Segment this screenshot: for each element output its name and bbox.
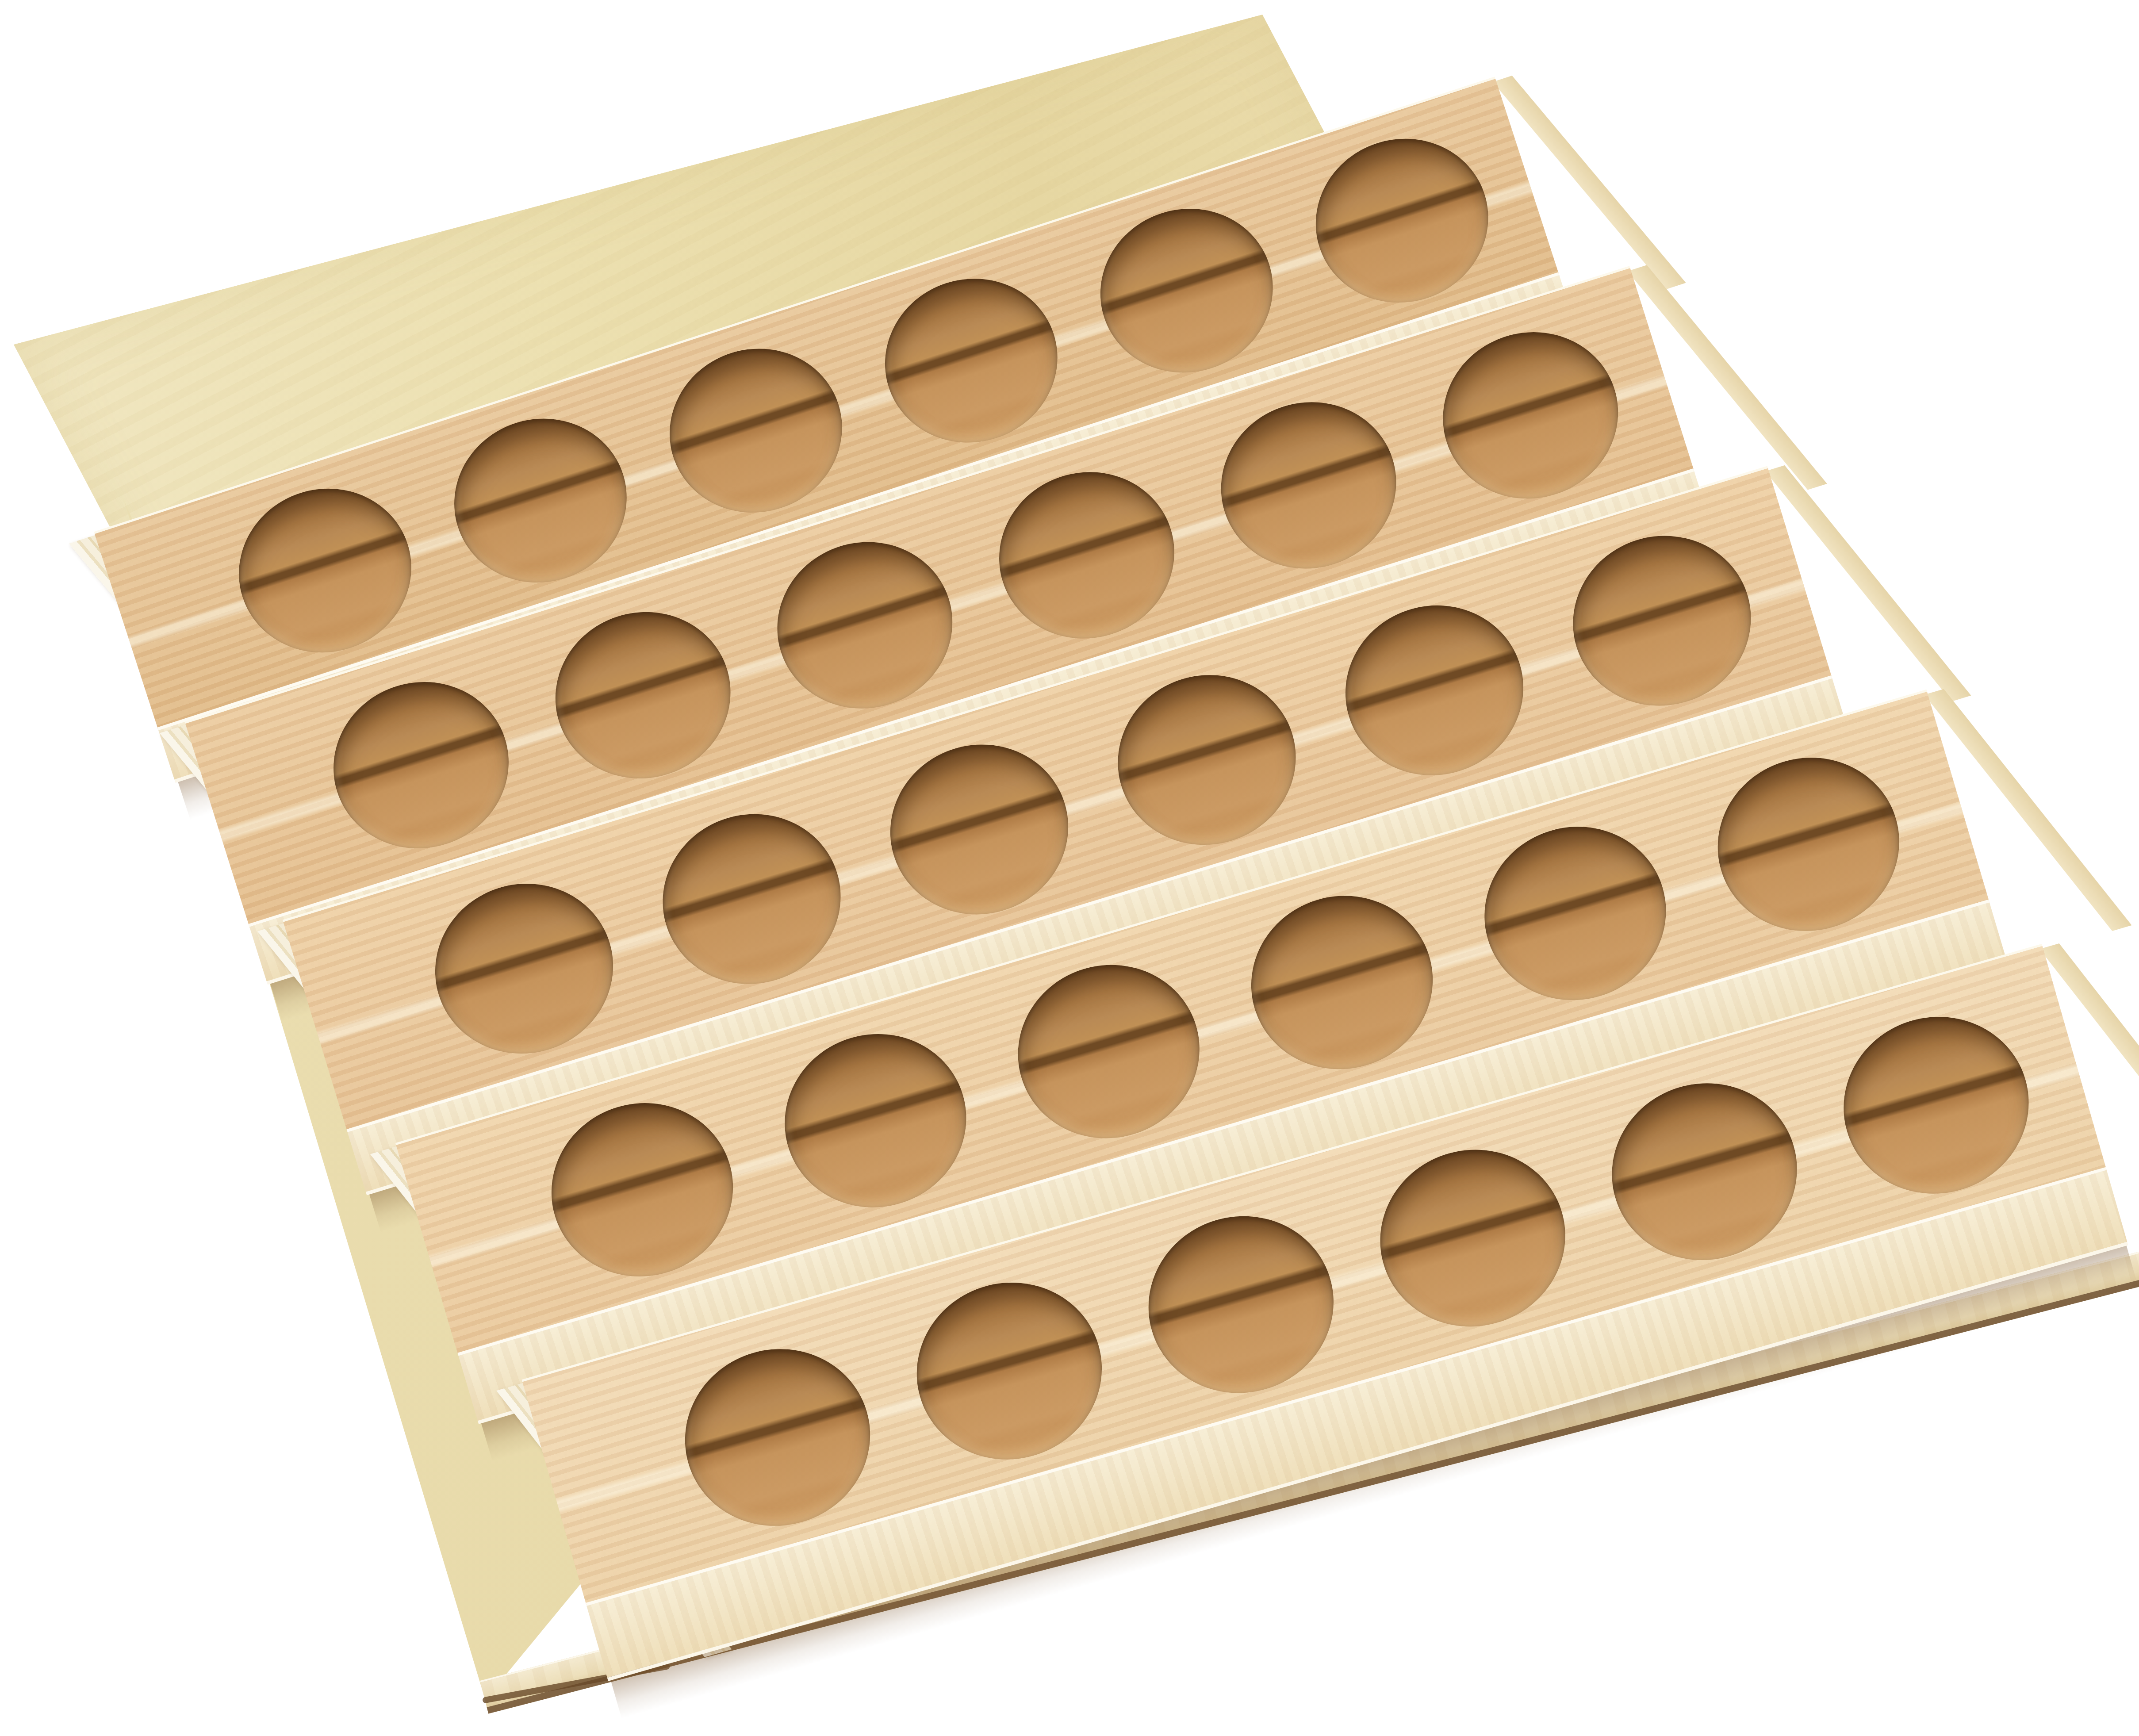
scene [0, 0, 2139, 1736]
